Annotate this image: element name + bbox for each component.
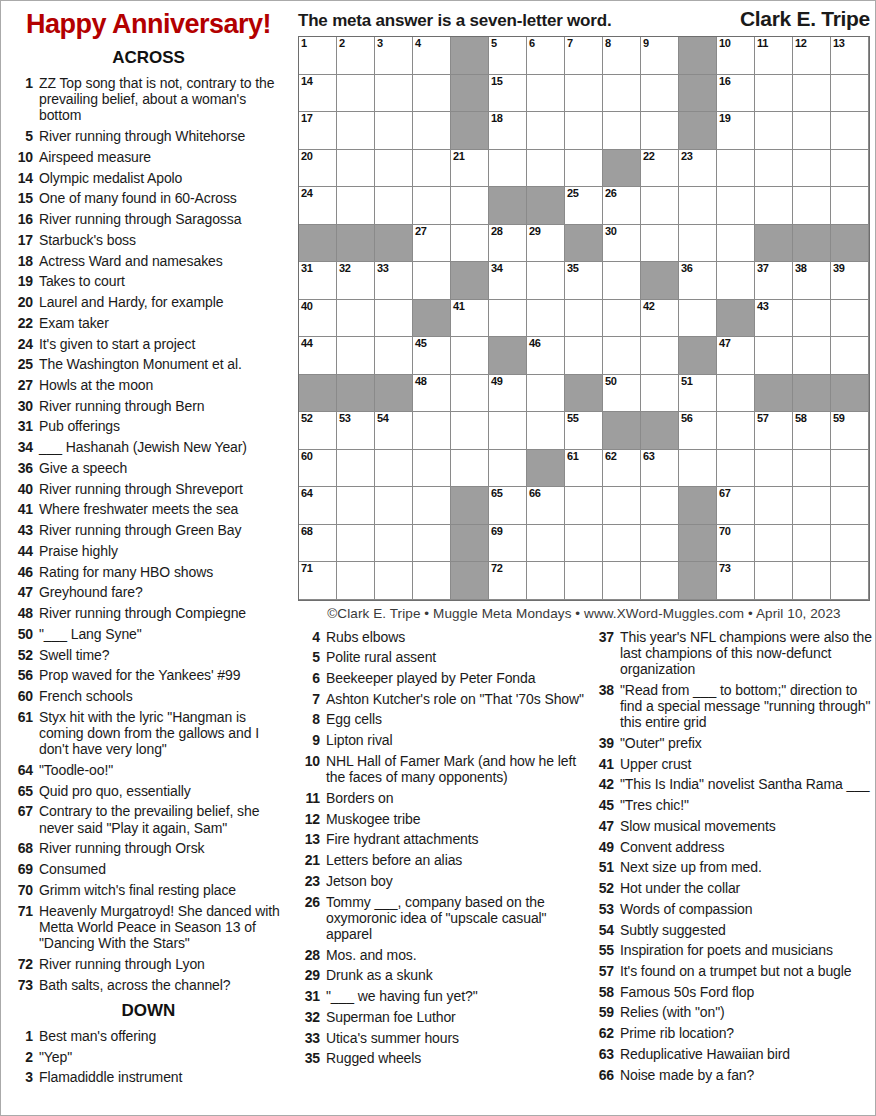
clue-text: Upper crust xyxy=(620,756,876,772)
grid-cell-r13c10[interactable] xyxy=(641,487,679,525)
grid-cell-r13c4[interactable] xyxy=(413,487,451,525)
cell-number-44: 44 xyxy=(301,337,313,350)
grid-cell-r13c15[interactable] xyxy=(831,487,869,525)
grid-cell-r11c4[interactable] xyxy=(413,412,451,450)
grid-cell-r13c13[interactable] xyxy=(755,487,793,525)
grid-cell-r8c7[interactable] xyxy=(527,300,565,338)
grid-cell-r8c1[interactable]: 40 xyxy=(299,300,337,338)
grid-cell-r3c1[interactable]: 17 xyxy=(299,112,337,150)
grid-cell-r1c10[interactable]: 9 xyxy=(641,37,679,75)
grid-cell-r5c5[interactable] xyxy=(451,187,489,225)
grid-cell-r4c2[interactable] xyxy=(337,150,375,188)
grid-cell-r3c4[interactable] xyxy=(413,112,451,150)
grid-cell-r15c2[interactable] xyxy=(337,562,375,600)
clue-text: Prop waved for the Yankees' #99 xyxy=(39,667,290,683)
down-clue-list-part3: 37This year's NFL champions were also th… xyxy=(588,629,876,1088)
grid-cell-r13c2[interactable] xyxy=(337,487,375,525)
grid-cell-r13c9[interactable] xyxy=(603,487,641,525)
grid-cell-r13c8[interactable] xyxy=(565,487,603,525)
grid-cell-r15c12[interactable]: 73 xyxy=(717,562,755,600)
grid-cell-r10c5[interactable] xyxy=(451,375,489,413)
clue-across-27: 27Howls at the moon xyxy=(7,377,290,393)
grid-cell-r11c12[interactable] xyxy=(717,412,755,450)
grid-cell-r2c2[interactable] xyxy=(337,75,375,113)
clue-across-48: 48River running through Compiegne xyxy=(7,605,290,621)
grid-cell-r5c4[interactable] xyxy=(413,187,451,225)
clue-down-12: 12Muskogee tribe xyxy=(298,811,588,827)
clue-number: 37 xyxy=(592,629,620,678)
grid-cell-r5c3[interactable] xyxy=(375,187,413,225)
clue-down-62: 62Prime rib location? xyxy=(592,1025,876,1041)
clue-down-55: 55Inspiration for poets and musicians xyxy=(592,942,876,958)
grid-cell-r10c4[interactable]: 48 xyxy=(413,375,451,413)
grid-cell-r12c4[interactable] xyxy=(413,450,451,488)
clue-text: It's found on a trumpet but not a bugle xyxy=(620,963,876,979)
clue-across-70: 70Grimm witch's final resting place xyxy=(7,882,290,898)
grid-cell-r2c14[interactable] xyxy=(793,75,831,113)
grid-cell-r8c15[interactable] xyxy=(831,300,869,338)
grid-cell-r9c13[interactable] xyxy=(755,337,793,375)
grid-cell-r6c6[interactable]: 28 xyxy=(489,225,527,263)
clue-down-8: 8Egg cells xyxy=(298,711,588,727)
grid-cell-r14c2[interactable] xyxy=(337,525,375,563)
grid-cell-r12c5[interactable] xyxy=(451,450,489,488)
grid-cell-r15c15[interactable] xyxy=(831,562,869,600)
grid-cell-r8c2[interactable] xyxy=(337,300,375,338)
cell-number-47: 47 xyxy=(719,337,731,350)
clue-text: Starbuck's boss xyxy=(39,232,290,248)
clue-across-10: 10Airspeed measure xyxy=(7,149,290,165)
grid-cell-r2c15[interactable] xyxy=(831,75,869,113)
grid-cell-r9c8[interactable] xyxy=(565,337,603,375)
grid-cell-r3c13[interactable] xyxy=(755,112,793,150)
clue-text: ___ Hashanah (Jewish New Year) xyxy=(39,439,290,455)
grid-cell-r4c12[interactable] xyxy=(717,150,755,188)
black-square-r10c13 xyxy=(755,375,793,413)
clue-across-31: 31Pub offerings xyxy=(7,418,290,434)
grid-cell-r2c9[interactable] xyxy=(603,75,641,113)
grid-cell-r9c5[interactable] xyxy=(451,337,489,375)
grid-cell-r4c8[interactable] xyxy=(565,150,603,188)
grid-cell-r15c8[interactable] xyxy=(565,562,603,600)
grid-cell-r9c14[interactable] xyxy=(793,337,831,375)
grid-cell-r8c11[interactable] xyxy=(679,300,717,338)
grid-cell-r3c15[interactable] xyxy=(831,112,869,150)
grid-cell-r5c2[interactable] xyxy=(337,187,375,225)
clue-down-33: 33Utica's summer hours xyxy=(298,1030,588,1046)
cell-number-67: 67 xyxy=(719,487,731,500)
grid-cell-r2c1[interactable]: 14 xyxy=(299,75,337,113)
grid-cell-r7c12[interactable] xyxy=(717,262,755,300)
down-clue-list-part1: 1Best man's offering2"Yep"3Flamadiddle i… xyxy=(7,1028,290,1086)
grid-cell-r4c5[interactable]: 21 xyxy=(451,150,489,188)
grid-cell-r13c6[interactable]: 65 xyxy=(489,487,527,525)
grid-cell-r1c14[interactable]: 12 xyxy=(793,37,831,75)
cell-number-14: 14 xyxy=(301,75,313,88)
clue-down-51: 51Next size up from med. xyxy=(592,859,876,875)
cell-number-10: 10 xyxy=(719,37,731,50)
grid-cell-r7c8[interactable]: 35 xyxy=(565,262,603,300)
clue-across-30: 30River running through Bern xyxy=(7,398,290,414)
grid-cell-r12c3[interactable] xyxy=(375,450,413,488)
black-square-r6c13 xyxy=(755,225,793,263)
clue-number: 10 xyxy=(298,753,326,785)
grid-cell-r15c14[interactable] xyxy=(793,562,831,600)
grid-cell-r4c6[interactable] xyxy=(489,150,527,188)
clue-number: 25 xyxy=(7,356,39,372)
grid-cell-r7c7[interactable] xyxy=(527,262,565,300)
cell-number-60: 60 xyxy=(301,450,313,463)
grid-cell-r15c1[interactable]: 71 xyxy=(299,562,337,600)
cell-number-56: 56 xyxy=(681,412,693,425)
grid-cell-r1c8[interactable]: 7 xyxy=(565,37,603,75)
cell-number-68: 68 xyxy=(301,525,313,538)
grid-cell-r13c7[interactable]: 66 xyxy=(527,487,565,525)
cell-number-55: 55 xyxy=(567,412,579,425)
grid-cell-r14c12[interactable]: 70 xyxy=(717,525,755,563)
clue-text: Consumed xyxy=(39,861,290,877)
grid-cell-r5c11[interactable] xyxy=(679,187,717,225)
grid-cell-r2c12[interactable]: 16 xyxy=(717,75,755,113)
clue-text: Fire hydrant attachments xyxy=(326,831,588,847)
clue-number: 27 xyxy=(7,377,39,393)
grid-cell-r10c6[interactable]: 49 xyxy=(489,375,527,413)
grid-cell-r12c9[interactable]: 62 xyxy=(603,450,641,488)
clue-text: Noise made by a fan? xyxy=(620,1067,876,1083)
clue-number: 42 xyxy=(592,776,620,792)
grid-cell-r9c1[interactable]: 44 xyxy=(299,337,337,375)
grid-cell-r11c14[interactable]: 58 xyxy=(793,412,831,450)
clue-down-11: 11Borders on xyxy=(298,790,588,806)
cell-number-73: 73 xyxy=(719,562,731,575)
grid-cell-r4c15[interactable] xyxy=(831,150,869,188)
clue-text: Rating for many HBO shows xyxy=(39,564,290,580)
black-square-r5c7 xyxy=(527,187,565,225)
grid-cell-r8c9[interactable] xyxy=(603,300,641,338)
grid-cell-r12c13[interactable] xyxy=(755,450,793,488)
grid-cell-r15c10[interactable] xyxy=(641,562,679,600)
clue-number: 33 xyxy=(298,1030,326,1046)
clue-text: Grimm witch's final resting place xyxy=(39,882,290,898)
grid-cell-r12c14[interactable] xyxy=(793,450,831,488)
grid-cell-r8c14[interactable] xyxy=(793,300,831,338)
grid-cell-r14c8[interactable] xyxy=(565,525,603,563)
grid-cell-r7c4[interactable] xyxy=(413,262,451,300)
grid-cell-r11c15[interactable]: 59 xyxy=(831,412,869,450)
grid-cell-r12c1[interactable]: 60 xyxy=(299,450,337,488)
grid-cell-r13c1[interactable]: 64 xyxy=(299,487,337,525)
grid-cell-r13c14[interactable] xyxy=(793,487,831,525)
grid-cell-r10c9[interactable]: 50 xyxy=(603,375,641,413)
grid-cell-r3c3[interactable] xyxy=(375,112,413,150)
clue-down-58: 58Famous 50s Ford flop xyxy=(592,984,876,1000)
grid-cell-r10c12[interactable] xyxy=(717,375,755,413)
clue-down-21: 21Letters before an alias xyxy=(298,852,588,868)
grid-cell-r12c10[interactable]: 63 xyxy=(641,450,679,488)
clue-text: Takes to court xyxy=(39,273,290,289)
grid-cell-r3c10[interactable] xyxy=(641,112,679,150)
clue-number: 53 xyxy=(592,901,620,917)
grid-cell-r4c10[interactable]: 22 xyxy=(641,150,679,188)
cell-number-52: 52 xyxy=(301,412,313,425)
clue-number: 70 xyxy=(7,882,39,898)
black-square-r4c9 xyxy=(603,150,641,188)
grid-cell-r11c6[interactable] xyxy=(489,412,527,450)
grid-cell-r8c3[interactable] xyxy=(375,300,413,338)
crossword-grid[interactable]: 1234567891011121314151617181920212223242… xyxy=(298,36,870,601)
clue-text: Flamadiddle instrument xyxy=(39,1069,290,1085)
clue-number: 54 xyxy=(592,922,620,938)
grid-cell-r2c6[interactable]: 15 xyxy=(489,75,527,113)
grid-cell-r9c7[interactable]: 46 xyxy=(527,337,565,375)
clue-number: 63 xyxy=(592,1046,620,1062)
grid-cell-r15c6[interactable]: 72 xyxy=(489,562,527,600)
clue-text: Greyhound fare? xyxy=(39,584,290,600)
grid-cell-r7c9[interactable] xyxy=(603,262,641,300)
grid-cell-r11c1[interactable]: 52 xyxy=(299,412,337,450)
grid-cell-r14c7[interactable] xyxy=(527,525,565,563)
cell-number-21: 21 xyxy=(453,150,465,163)
grid-cell-r11c3[interactable]: 54 xyxy=(375,412,413,450)
grid-cell-r5c10[interactable] xyxy=(641,187,679,225)
down-heading: DOWN xyxy=(7,1001,290,1021)
grid-cell-r9c2[interactable] xyxy=(337,337,375,375)
grid-cell-r14c9[interactable] xyxy=(603,525,641,563)
clue-number: 3 xyxy=(7,1069,39,1085)
grid-cell-r14c6[interactable]: 69 xyxy=(489,525,527,563)
grid-cell-r6c11[interactable] xyxy=(679,225,717,263)
black-square-r6c3 xyxy=(375,225,413,263)
grid-cell-r5c14[interactable] xyxy=(793,187,831,225)
clue-across-34: 34___ Hashanah (Jewish New Year) xyxy=(7,439,290,455)
grid-cell-r2c4[interactable] xyxy=(413,75,451,113)
clue-across-71: 71Heavenly Murgatroyd! She danced with M… xyxy=(7,903,290,952)
black-square-r11c10 xyxy=(641,412,679,450)
across-heading: ACROSS xyxy=(7,48,290,68)
clue-text: River running through Lyon xyxy=(39,956,290,972)
black-square-r6c8 xyxy=(565,225,603,263)
grid-cell-r7c1[interactable]: 31 xyxy=(299,262,337,300)
grid-cell-r12c2[interactable] xyxy=(337,450,375,488)
clue-down-31: 31"___ we having fun yet?" xyxy=(298,988,588,1004)
cell-number-45: 45 xyxy=(415,337,427,350)
clue-text: "This Is India" novelist Santha Rama ___ xyxy=(620,776,876,792)
grid-cell-r5c1[interactable]: 24 xyxy=(299,187,337,225)
grid-cell-r4c3[interactable] xyxy=(375,150,413,188)
grid-cell-r13c12[interactable]: 67 xyxy=(717,487,755,525)
clue-text: Jetson boy xyxy=(326,873,588,889)
grid-cell-r10c11[interactable]: 51 xyxy=(679,375,717,413)
grid-cell-r4c11[interactable]: 23 xyxy=(679,150,717,188)
grid-cell-r7c3[interactable]: 33 xyxy=(375,262,413,300)
clue-number: 15 xyxy=(7,190,39,206)
clue-down-57: 57It's found on a trumpet but not a bugl… xyxy=(592,963,876,979)
clue-across-65: 65Quid pro quo, essentially xyxy=(7,783,290,799)
grid-cell-r2c13[interactable] xyxy=(755,75,793,113)
grid-cell-r15c3[interactable] xyxy=(375,562,413,600)
cell-number-5: 5 xyxy=(491,37,497,50)
down-clue-columns: 4Rubs elbows5Polite rural assent6Beekeep… xyxy=(298,629,876,1088)
grid-cell-r9c3[interactable] xyxy=(375,337,413,375)
grid-cell-r4c13[interactable] xyxy=(755,150,793,188)
clue-number: 2 xyxy=(7,1049,39,1065)
cell-number-13: 13 xyxy=(833,37,845,50)
grid-cell-r11c5[interactable] xyxy=(451,412,489,450)
grid-cell-r12c6[interactable] xyxy=(489,450,527,488)
grid-cell-r10c7[interactable] xyxy=(527,375,565,413)
grid-cell-r7c2[interactable]: 32 xyxy=(337,262,375,300)
grid-cell-r12c11[interactable] xyxy=(679,450,717,488)
clue-across-25: 25The Washington Monument et al. xyxy=(7,356,290,372)
grid-cell-r6c9[interactable]: 30 xyxy=(603,225,641,263)
grid-cell-r6c7[interactable]: 29 xyxy=(527,225,565,263)
grid-cell-r1c7[interactable]: 6 xyxy=(527,37,565,75)
grid-cell-r12c12[interactable] xyxy=(717,450,755,488)
grid-cell-r5c8[interactable]: 25 xyxy=(565,187,603,225)
clue-number: 62 xyxy=(592,1025,620,1041)
cell-number-36: 36 xyxy=(681,262,693,275)
clue-across-5: 5River running through Whitehorse xyxy=(7,128,290,144)
grid-cell-r1c15[interactable]: 13 xyxy=(831,37,869,75)
clue-down-63: 63Reduplicative Hawaiian bird xyxy=(592,1046,876,1062)
black-square-r10c14 xyxy=(793,375,831,413)
grid-cell-r9c4[interactable]: 45 xyxy=(413,337,451,375)
grid-cell-r1c9[interactable]: 8 xyxy=(603,37,641,75)
grid-cell-r15c7[interactable] xyxy=(527,562,565,600)
grid-cell-r3c2[interactable] xyxy=(337,112,375,150)
grid-cell-r11c2[interactable]: 53 xyxy=(337,412,375,450)
grid-cell-r2c8[interactable] xyxy=(565,75,603,113)
grid-cell-r7c14[interactable]: 38 xyxy=(793,262,831,300)
grid-cell-r8c8[interactable] xyxy=(565,300,603,338)
grid-cell-r10c10[interactable] xyxy=(641,375,679,413)
grid-cell-r14c3[interactable] xyxy=(375,525,413,563)
grid-cell-r14c15[interactable] xyxy=(831,525,869,563)
grid-cell-r6c10[interactable] xyxy=(641,225,679,263)
black-square-r12c7 xyxy=(527,450,565,488)
clue-across-73: 73Bath salts, across the channel? xyxy=(7,977,290,993)
grid-cell-r4c14[interactable] xyxy=(793,150,831,188)
grid-cell-r3c8[interactable] xyxy=(565,112,603,150)
clue-down-53: 53Words of compassion xyxy=(592,901,876,917)
cell-number-18: 18 xyxy=(491,112,503,125)
grid-cell-r2c7[interactable] xyxy=(527,75,565,113)
cell-number-29: 29 xyxy=(529,225,541,238)
grid-cell-r7c11[interactable]: 36 xyxy=(679,262,717,300)
grid-cell-r7c6[interactable]: 34 xyxy=(489,262,527,300)
down-clue-list-part2: 4Rubs elbows5Polite rural assent6Beekeep… xyxy=(298,629,588,1088)
clue-text: Swell time? xyxy=(39,647,290,663)
cell-number-63: 63 xyxy=(643,450,655,463)
grid-cell-r9c12[interactable]: 47 xyxy=(717,337,755,375)
grid-cell-r14c14[interactable] xyxy=(793,525,831,563)
grid-cell-r3c7[interactable] xyxy=(527,112,565,150)
clue-number: 7 xyxy=(298,691,326,707)
clue-number: 29 xyxy=(298,967,326,983)
clue-down-10: 10NHL Hall of Famer Mark (and how he lef… xyxy=(298,753,588,785)
clue-number: 73 xyxy=(7,977,39,993)
grid-cell-r3c6[interactable]: 18 xyxy=(489,112,527,150)
cell-number-22: 22 xyxy=(643,150,655,163)
grid-cell-r15c13[interactable] xyxy=(755,562,793,600)
clue-number: 68 xyxy=(7,840,39,856)
cell-number-49: 49 xyxy=(491,375,503,388)
clue-text: "Read from ___ to bottom;" direction to … xyxy=(620,682,876,731)
grid-cell-r6c5[interactable] xyxy=(451,225,489,263)
grid-cell-r14c4[interactable] xyxy=(413,525,451,563)
grid-cell-r5c15[interactable] xyxy=(831,187,869,225)
grid-cell-r3c12[interactable]: 19 xyxy=(717,112,755,150)
grid-cell-r5c13[interactable] xyxy=(755,187,793,225)
grid-cell-r1c6[interactable]: 5 xyxy=(489,37,527,75)
grid-cell-r5c12[interactable] xyxy=(717,187,755,225)
cell-number-41: 41 xyxy=(453,300,465,313)
grid-cell-r5c9[interactable]: 26 xyxy=(603,187,641,225)
grid-cell-r11c8[interactable]: 55 xyxy=(565,412,603,450)
grid-cell-r12c15[interactable] xyxy=(831,450,869,488)
grid-cell-r13c3[interactable] xyxy=(375,487,413,525)
grid-cell-r9c15[interactable] xyxy=(831,337,869,375)
clue-text: Quid pro quo, essentially xyxy=(39,783,290,799)
grid-cell-r1c3[interactable]: 3 xyxy=(375,37,413,75)
clue-down-5: 5Polite rural assent xyxy=(298,649,588,665)
grid-cell-r2c3[interactable] xyxy=(375,75,413,113)
grid-cell-r14c13[interactable] xyxy=(755,525,793,563)
clue-text: Pub offerings xyxy=(39,418,290,434)
grid-cell-r2c10[interactable] xyxy=(641,75,679,113)
grid-cell-r1c13[interactable]: 11 xyxy=(755,37,793,75)
grid-cell-r1c2[interactable]: 2 xyxy=(337,37,375,75)
clue-across-52: 52Swell time? xyxy=(7,647,290,663)
clue-across-67: 67Contrary to the prevailing belief, she… xyxy=(7,803,290,835)
grid-cell-r9c10[interactable] xyxy=(641,337,679,375)
black-square-r15c5 xyxy=(451,562,489,600)
grid-cell-r15c9[interactable] xyxy=(603,562,641,600)
grid-cell-r7c15[interactable]: 39 xyxy=(831,262,869,300)
grid-cell-r14c10[interactable] xyxy=(641,525,679,563)
black-square-r10c2 xyxy=(337,375,375,413)
grid-cell-r8c10[interactable]: 42 xyxy=(641,300,679,338)
grid-cell-r1c1[interactable]: 1 xyxy=(299,37,337,75)
grid-cell-r8c13[interactable]: 43 xyxy=(755,300,793,338)
grid-cell-r8c5[interactable]: 41 xyxy=(451,300,489,338)
grid-cell-r11c11[interactable]: 56 xyxy=(679,412,717,450)
grid-cell-r11c13[interactable]: 57 xyxy=(755,412,793,450)
cell-number-26: 26 xyxy=(605,187,617,200)
clue-text: Drunk as a skunk xyxy=(326,967,588,983)
clue-text: Exam taker xyxy=(39,315,290,331)
cell-number-12: 12 xyxy=(795,37,807,50)
grid-cell-r9c9[interactable] xyxy=(603,337,641,375)
grid-cell-r15c4[interactable] xyxy=(413,562,451,600)
grid-cell-r1c12[interactable]: 10 xyxy=(717,37,755,75)
grid-cell-r1c4[interactable]: 4 xyxy=(413,37,451,75)
grid-cell-r14c1[interactable]: 68 xyxy=(299,525,337,563)
author-byline: Clark E. Tripe xyxy=(740,7,870,31)
clue-number: 40 xyxy=(7,481,39,497)
grid-cell-r4c1[interactable]: 20 xyxy=(299,150,337,188)
grid-cell-r8c6[interactable] xyxy=(489,300,527,338)
grid-cell-r6c4[interactable]: 27 xyxy=(413,225,451,263)
grid-cell-r11c7[interactable] xyxy=(527,412,565,450)
grid-cell-r6c12[interactable] xyxy=(717,225,755,263)
grid-cell-r7c13[interactable]: 37 xyxy=(755,262,793,300)
grid-cell-r12c8[interactable]: 61 xyxy=(565,450,603,488)
grid-cell-r3c14[interactable] xyxy=(793,112,831,150)
grid-cell-r4c7[interactable] xyxy=(527,150,565,188)
grid-cell-r4c4[interactable] xyxy=(413,150,451,188)
grid-cell-r3c9[interactable] xyxy=(603,112,641,150)
